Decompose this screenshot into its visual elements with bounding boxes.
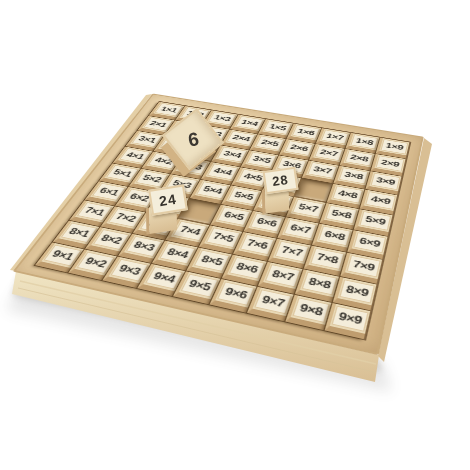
lifted-cube-28[interactable]: 28 bbox=[263, 167, 299, 194]
lifted-cube-9-value: 9 bbox=[186, 127, 200, 151]
lifted-cube-24[interactable]: 24 bbox=[148, 184, 188, 215]
lifted-cubes-layer: 9 24 28 bbox=[0, 0, 470, 470]
lifted-cube-24-value: 24 bbox=[158, 191, 178, 210]
lifted-cube-28-value: 28 bbox=[271, 172, 289, 189]
photo-stage: 1×11×21×31×41×51×61×71×81×92×12×22×32×42… bbox=[0, 0, 470, 470]
